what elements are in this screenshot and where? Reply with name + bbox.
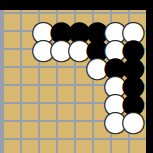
white-stone[interactable]: ● [50,40,69,59]
app-background: ●●●●●●●●●●●●●●●●●●●●● [0,0,153,153]
white-stone[interactable]: ● [104,112,123,131]
go-board[interactable]: ●●●●●●●●●●●●●●●●●●●●● [0,10,146,153]
white-stone[interactable]: ● [32,40,51,59]
white-stone[interactable]: ● [86,58,105,77]
white-stone[interactable]: ● [68,40,87,59]
white-stone[interactable]: ● [122,112,141,131]
